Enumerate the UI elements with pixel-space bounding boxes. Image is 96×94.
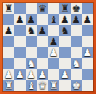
square-e3[interactable]: [48, 58, 59, 69]
white-pawn-icon[interactable]: ♟: [49, 47, 58, 57]
square-g2[interactable]: [71, 69, 82, 80]
black-pawn-icon[interactable]: ♟: [83, 14, 92, 24]
square-f4[interactable]: [59, 47, 70, 58]
square-b3[interactable]: [14, 58, 25, 69]
square-f3[interactable]: [59, 58, 70, 69]
black-bishop-icon[interactable]: ♝: [49, 14, 58, 24]
square-h3[interactable]: [82, 58, 93, 69]
square-g3[interactable]: ♞: [71, 58, 82, 69]
black-queen-icon[interactable]: ♛: [38, 3, 47, 13]
square-g8[interactable]: ♚: [71, 3, 82, 14]
square-h7[interactable]: ♟: [82, 14, 93, 25]
square-f6[interactable]: ♞: [59, 25, 70, 36]
black-knight-icon[interactable]: ♞: [60, 25, 69, 35]
square-h8[interactable]: [82, 3, 93, 14]
white-pawn-icon[interactable]: ♟: [27, 69, 36, 79]
square-a8[interactable]: ♜: [3, 3, 14, 14]
square-h2[interactable]: [82, 69, 93, 80]
black-pawn-icon[interactable]: ♟: [27, 14, 36, 24]
square-g4[interactable]: [71, 47, 82, 58]
white-pawn-icon[interactable]: ♟: [15, 69, 24, 79]
white-rook-icon[interactable]: ♜: [4, 80, 13, 90]
white-rook-icon[interactable]: ♜: [49, 80, 58, 90]
black-pawn-icon[interactable]: ♟: [4, 25, 13, 35]
black-pawn-icon[interactable]: ♟: [49, 36, 58, 46]
square-b1[interactable]: [14, 80, 25, 91]
square-g7[interactable]: ♟: [71, 14, 82, 25]
square-c6[interactable]: ♞: [26, 25, 37, 36]
square-c4[interactable]: [26, 47, 37, 58]
white-pawn-icon[interactable]: ♟: [83, 47, 92, 57]
square-f1[interactable]: [59, 80, 70, 91]
black-pawn-icon[interactable]: ♟: [38, 25, 47, 35]
square-a3[interactable]: [3, 58, 14, 69]
white-knight-icon[interactable]: ♞: [27, 58, 36, 68]
square-g1[interactable]: ♚: [71, 80, 82, 91]
black-pawn-icon[interactable]: ♟: [72, 14, 81, 24]
square-b8[interactable]: [14, 3, 25, 14]
square-h5[interactable]: [82, 36, 93, 47]
square-e6[interactable]: [48, 25, 59, 36]
white-king-icon[interactable]: ♚: [72, 80, 81, 90]
square-f7[interactable]: ♟: [59, 14, 70, 25]
black-king-icon[interactable]: ♚: [72, 3, 81, 13]
square-a1[interactable]: ♜: [3, 80, 14, 91]
black-pawn-icon[interactable]: ♟: [15, 14, 24, 24]
black-rook-icon[interactable]: ♜: [4, 3, 13, 13]
square-e7[interactable]: ♝: [48, 14, 59, 25]
square-c1[interactable]: ♝: [26, 80, 37, 91]
square-h6[interactable]: [82, 25, 93, 36]
square-b5[interactable]: [14, 36, 25, 47]
square-f2[interactable]: ♟: [59, 69, 70, 80]
square-a2[interactable]: ♟: [3, 69, 14, 80]
black-knight-icon[interactable]: ♞: [27, 25, 36, 35]
square-d8[interactable]: ♛: [37, 3, 48, 14]
square-a5[interactable]: [3, 36, 14, 47]
white-knight-icon[interactable]: ♞: [72, 58, 81, 68]
square-d5[interactable]: [37, 36, 48, 47]
square-a6[interactable]: ♟: [3, 25, 14, 36]
square-f5[interactable]: [59, 36, 70, 47]
square-g5[interactable]: [71, 36, 82, 47]
square-e8[interactable]: [48, 3, 59, 14]
square-d3[interactable]: [37, 58, 48, 69]
square-e5[interactable]: ♟: [48, 36, 59, 47]
black-rook-icon[interactable]: ♜: [60, 3, 69, 13]
square-g6[interactable]: [71, 25, 82, 36]
square-a4[interactable]: [3, 47, 14, 58]
board-frame: ♜♛♜♚♟♟♝♟♟♟♟♞♟♞♟♟♟♞♞♟♟♟♟♟♜♝♛♜♚: [0, 0, 96, 94]
square-c8[interactable]: [26, 3, 37, 14]
square-c5[interactable]: [26, 36, 37, 47]
white-pawn-icon[interactable]: ♟: [4, 69, 13, 79]
square-c7[interactable]: ♟: [26, 14, 37, 25]
white-queen-icon[interactable]: ♛: [38, 80, 47, 90]
square-b4[interactable]: [14, 47, 25, 58]
square-e4[interactable]: ♟: [48, 47, 59, 58]
square-d6[interactable]: ♟: [37, 25, 48, 36]
square-h1[interactable]: [82, 80, 93, 91]
square-b7[interactable]: ♟: [14, 14, 25, 25]
square-e2[interactable]: [48, 69, 59, 80]
square-f8[interactable]: ♜: [59, 3, 70, 14]
square-d2[interactable]: ♟: [37, 69, 48, 80]
square-d7[interactable]: [37, 14, 48, 25]
square-d1[interactable]: ♛: [37, 80, 48, 91]
square-c2[interactable]: ♟: [26, 69, 37, 80]
square-a7[interactable]: [3, 14, 14, 25]
square-b2[interactable]: ♟: [14, 69, 25, 80]
square-e1[interactable]: ♜: [48, 80, 59, 91]
square-b6[interactable]: [14, 25, 25, 36]
chess-board: ♜♛♜♚♟♟♝♟♟♟♟♞♟♞♟♟♟♞♞♟♟♟♟♟♜♝♛♜♚: [3, 3, 93, 91]
square-c3[interactable]: ♞: [26, 58, 37, 69]
black-pawn-icon[interactable]: ♟: [60, 14, 69, 24]
white-bishop-icon[interactable]: ♝: [27, 80, 36, 90]
square-h4[interactable]: ♟: [82, 47, 93, 58]
white-pawn-icon[interactable]: ♟: [60, 69, 69, 79]
square-d4[interactable]: [37, 47, 48, 58]
white-pawn-icon[interactable]: ♟: [38, 69, 47, 79]
